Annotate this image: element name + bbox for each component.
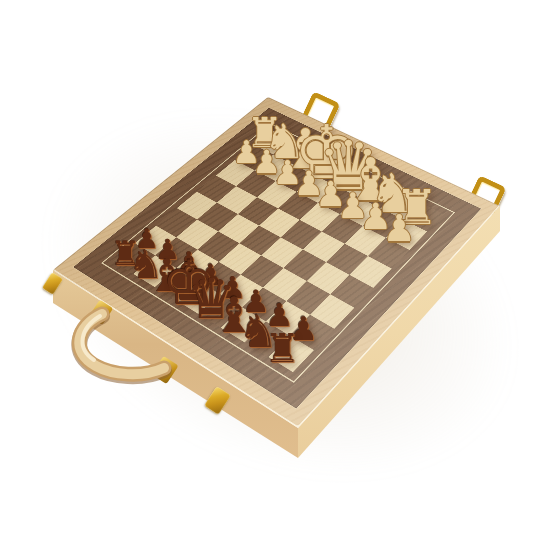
pieces-layer: ♜♞♝♚♛♝♞♜♟♟♟♟♟♟♟♟♟♟♟♟♟♟♟♟♜♞♝♚♛♝♞♜ <box>0 0 555 555</box>
piece-black-rook-a8[interactable]: ♜ <box>264 328 300 368</box>
chess-case-photo: ♜♞♝♚♛♝♞♜♟♟♟♟♟♟♟♟♟♟♟♟♟♟♟♟♜♞♝♚♛♝♞♜ <box>0 0 555 555</box>
piece-white-pawn-a2[interactable]: ♟ <box>383 210 416 247</box>
